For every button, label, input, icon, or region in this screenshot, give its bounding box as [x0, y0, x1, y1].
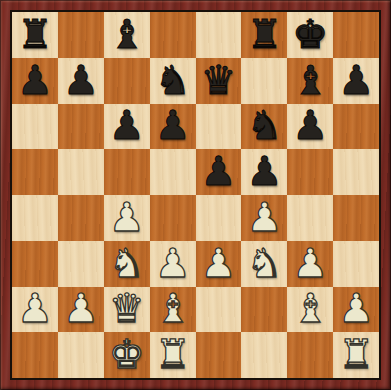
square-e6[interactable] [196, 104, 242, 150]
square-c1[interactable]: ♚ [104, 332, 150, 378]
piece-black-pawn: ♟ [63, 60, 99, 100]
piece-black-rook: ♜ [246, 14, 282, 54]
piece-black-pawn: ♟ [246, 151, 282, 191]
square-g3[interactable]: ♟ [287, 241, 333, 287]
square-h1[interactable]: ♜ [333, 332, 379, 378]
piece-black-king: ♚ [292, 14, 328, 54]
square-h8[interactable] [333, 12, 379, 58]
square-g5[interactable] [287, 149, 333, 195]
square-e5[interactable]: ♟ [196, 149, 242, 195]
piece-white-pawn: ♟ [338, 288, 374, 328]
piece-white-pawn: ♟ [109, 197, 145, 237]
piece-white-knight: ♞ [246, 243, 282, 283]
square-h5[interactable] [333, 149, 379, 195]
piece-white-king: ♚ [109, 334, 145, 374]
square-h7[interactable]: ♟ [333, 58, 379, 104]
square-g6[interactable]: ♟ [287, 104, 333, 150]
square-b7[interactable]: ♟ [58, 58, 104, 104]
piece-white-rook: ♜ [338, 334, 374, 374]
square-e2[interactable] [196, 287, 242, 333]
square-a7[interactable]: ♟ [12, 58, 58, 104]
piece-white-bishop: ♝ [155, 288, 191, 328]
square-c7[interactable] [104, 58, 150, 104]
square-h3[interactable] [333, 241, 379, 287]
piece-black-pawn: ♟ [201, 151, 237, 191]
piece-white-pawn: ♟ [17, 288, 53, 328]
square-e8[interactable] [196, 12, 242, 58]
square-d6[interactable]: ♟ [150, 104, 196, 150]
square-b2[interactable]: ♟ [58, 287, 104, 333]
piece-white-pawn: ♟ [155, 243, 191, 283]
board-frame: ♜♝♜♚♟♟♞♛♝♟♟♟♞♟♟♟♟♟♞♟♟♞♟♟♟♛♝♝♟♚♜♜ [0, 0, 391, 390]
square-b4[interactable] [58, 195, 104, 241]
piece-black-bishop: ♝ [292, 60, 328, 100]
square-g4[interactable] [287, 195, 333, 241]
square-f2[interactable] [241, 287, 287, 333]
piece-black-queen: ♛ [201, 60, 237, 100]
piece-black-pawn: ♟ [155, 105, 191, 145]
piece-white-pawn: ♟ [201, 243, 237, 283]
piece-black-pawn: ♟ [292, 105, 328, 145]
square-g7[interactable]: ♝ [287, 58, 333, 104]
square-e7[interactable]: ♛ [196, 58, 242, 104]
square-b8[interactable] [58, 12, 104, 58]
square-a4[interactable] [12, 195, 58, 241]
piece-black-knight: ♞ [246, 105, 282, 145]
square-d8[interactable] [150, 12, 196, 58]
square-e3[interactable]: ♟ [196, 241, 242, 287]
square-g1[interactable] [287, 332, 333, 378]
square-h4[interactable] [333, 195, 379, 241]
square-f6[interactable]: ♞ [241, 104, 287, 150]
piece-white-pawn: ♟ [292, 243, 328, 283]
piece-black-rook: ♜ [17, 14, 53, 54]
square-d3[interactable]: ♟ [150, 241, 196, 287]
square-b1[interactable] [58, 332, 104, 378]
square-a6[interactable] [12, 104, 58, 150]
square-e1[interactable] [196, 332, 242, 378]
square-c5[interactable] [104, 149, 150, 195]
square-c6[interactable]: ♟ [104, 104, 150, 150]
piece-white-pawn: ♟ [63, 288, 99, 328]
square-d7[interactable]: ♞ [150, 58, 196, 104]
square-a3[interactable] [12, 241, 58, 287]
square-c2[interactable]: ♛ [104, 287, 150, 333]
piece-black-pawn: ♟ [338, 60, 374, 100]
square-a8[interactable]: ♜ [12, 12, 58, 58]
board-border-line: ♜♝♜♚♟♟♞♛♝♟♟♟♞♟♟♟♟♟♞♟♟♞♟♟♟♛♝♝♟♚♜♜ [10, 10, 381, 380]
piece-white-bishop: ♝ [292, 288, 328, 328]
square-f5[interactable]: ♟ [241, 149, 287, 195]
square-g8[interactable]: ♚ [287, 12, 333, 58]
square-b3[interactable] [58, 241, 104, 287]
piece-white-rook: ♜ [155, 334, 191, 374]
square-f3[interactable]: ♞ [241, 241, 287, 287]
square-a1[interactable] [12, 332, 58, 378]
square-h6[interactable] [333, 104, 379, 150]
square-d5[interactable] [150, 149, 196, 195]
piece-black-knight: ♞ [155, 60, 191, 100]
square-c8[interactable]: ♝ [104, 12, 150, 58]
square-c3[interactable]: ♞ [104, 241, 150, 287]
piece-black-bishop: ♝ [109, 14, 145, 54]
square-f1[interactable] [241, 332, 287, 378]
square-d2[interactable]: ♝ [150, 287, 196, 333]
square-a2[interactable]: ♟ [12, 287, 58, 333]
square-b5[interactable] [58, 149, 104, 195]
square-d4[interactable] [150, 195, 196, 241]
piece-black-pawn: ♟ [109, 105, 145, 145]
square-d1[interactable]: ♜ [150, 332, 196, 378]
square-b6[interactable] [58, 104, 104, 150]
square-a5[interactable] [12, 149, 58, 195]
piece-white-pawn: ♟ [246, 197, 282, 237]
piece-white-knight: ♞ [109, 243, 145, 283]
square-f4[interactable]: ♟ [241, 195, 287, 241]
piece-white-queen: ♛ [109, 288, 145, 328]
square-f7[interactable] [241, 58, 287, 104]
chess-board: ♜♝♜♚♟♟♞♛♝♟♟♟♞♟♟♟♟♟♞♟♟♞♟♟♟♛♝♝♟♚♜♜ [12, 12, 379, 378]
square-f8[interactable]: ♜ [241, 12, 287, 58]
square-c4[interactable]: ♟ [104, 195, 150, 241]
square-h2[interactable]: ♟ [333, 287, 379, 333]
square-g2[interactable]: ♝ [287, 287, 333, 333]
piece-black-pawn: ♟ [17, 60, 53, 100]
square-e4[interactable] [196, 195, 242, 241]
